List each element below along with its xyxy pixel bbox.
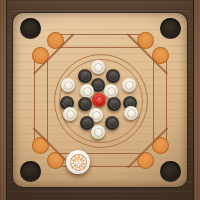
carrom-man-black xyxy=(78,97,92,111)
carrom-man-black xyxy=(78,69,92,83)
carrom-man-white xyxy=(91,60,105,74)
queen-piece xyxy=(92,93,106,107)
carrom-man-black xyxy=(107,97,121,111)
carrom-man-white xyxy=(104,84,118,98)
carrom-man-white xyxy=(63,107,77,121)
carrom-man-black xyxy=(105,116,119,130)
carrom-board xyxy=(0,0,200,200)
carrom-man-black xyxy=(106,69,120,83)
pieces-layer xyxy=(0,0,200,200)
carrom-man-white xyxy=(91,125,105,139)
carrom-man-white xyxy=(61,78,75,92)
carrom-man-white xyxy=(122,78,136,92)
striker[interactable] xyxy=(66,150,90,174)
carrom-man-white xyxy=(124,106,138,120)
